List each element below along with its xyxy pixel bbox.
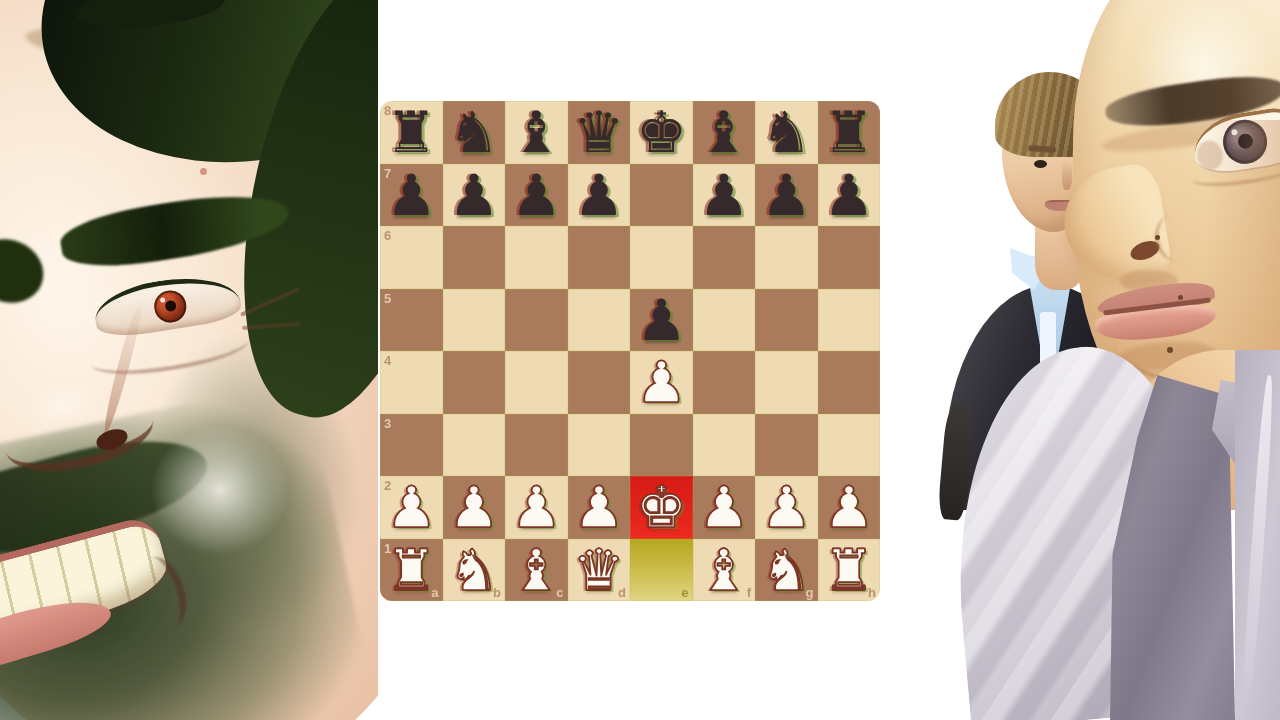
rank-label-8: 8 (384, 104, 391, 117)
square-c6[interactable] (505, 226, 568, 289)
square-g4[interactable] (755, 351, 818, 414)
white-pawn-d2: ♟ (573, 476, 624, 538)
black-knight-g8: ♞ (761, 101, 812, 163)
square-c4[interactable] (505, 351, 568, 414)
black-rook-a8: ♜ (386, 101, 437, 163)
rank-label-4: 4 (384, 354, 391, 367)
square-h4[interactable] (818, 351, 881, 414)
left-player-cheek-highlight (150, 425, 290, 555)
black-pawn-a7: ♟ (386, 164, 437, 226)
square-b6[interactable] (443, 226, 506, 289)
square-g1[interactable]: g♞ (755, 539, 818, 602)
square-f1[interactable]: f♝ (693, 539, 756, 602)
black-bishop-f8: ♝ (698, 101, 749, 163)
square-b8[interactable]: ♞ (443, 101, 506, 164)
black-pawn-b7: ♟ (448, 164, 499, 226)
foreground-player-mole-2 (1178, 295, 1183, 300)
square-e5[interactable]: ♟ (630, 289, 693, 352)
square-e4[interactable]: ♟ (630, 351, 693, 414)
black-bishop-c8: ♝ (511, 101, 562, 163)
black-knight-b8: ♞ (448, 101, 499, 163)
foreground-player-mole-3 (1155, 235, 1160, 240)
file-label-e: e (681, 586, 688, 599)
black-pawn-f7: ♟ (698, 164, 749, 226)
square-f5[interactable] (693, 289, 756, 352)
square-d7[interactable]: ♟ (568, 164, 631, 227)
square-a4[interactable]: 4 (380, 351, 443, 414)
gray-hoodie (930, 320, 1280, 720)
square-h7[interactable]: ♟ (818, 164, 881, 227)
square-a6[interactable]: 6 (380, 226, 443, 289)
rank-label-7: 7 (384, 167, 391, 180)
square-f6[interactable] (693, 226, 756, 289)
white-pawn-a2: ♟ (386, 476, 437, 538)
left-player-eye-glint (160, 297, 166, 303)
file-label-h: h (868, 586, 876, 599)
black-queen-d8: ♛ (573, 101, 624, 163)
white-pawn-c2: ♟ (511, 476, 562, 538)
black-pawn-g7: ♟ (761, 164, 812, 226)
square-f4[interactable] (693, 351, 756, 414)
square-c8[interactable]: ♝ (505, 101, 568, 164)
square-d8[interactable]: ♛ (568, 101, 631, 164)
black-pawn-h7: ♟ (823, 164, 874, 226)
white-pawn-b2: ♟ (448, 476, 499, 538)
square-e2[interactable]: ♚ (630, 476, 693, 539)
square-b2[interactable]: ♟ (443, 476, 506, 539)
square-a5[interactable]: 5 (380, 289, 443, 352)
square-a1[interactable]: 1a♜ (380, 539, 443, 602)
square-g3[interactable] (755, 414, 818, 477)
chess-board: 8♜♞♝♛♚♝♞♜7♟♟♟♟♟♟♟65♟4♟32♟♟♟♟♚♟♟♟1a♜b♞c♝d… (380, 101, 880, 601)
square-d3[interactable] (568, 414, 631, 477)
square-b5[interactable] (443, 289, 506, 352)
file-label-d: d (618, 586, 626, 599)
square-h5[interactable] (818, 289, 881, 352)
white-king-e2: ♚ (636, 476, 687, 538)
white-knight-b1: ♞ (448, 539, 499, 601)
rank-label-2: 2 (384, 479, 391, 492)
white-pawn-g2: ♟ (761, 476, 812, 538)
white-bishop-c1: ♝ (511, 539, 562, 601)
file-label-f: f (747, 586, 751, 599)
rank-label-3: 3 (384, 417, 391, 430)
square-d6[interactable] (568, 226, 631, 289)
rank-label-1: 1 (384, 542, 391, 555)
square-h6[interactable] (818, 226, 881, 289)
rank-label-6: 6 (384, 229, 391, 242)
square-g2[interactable]: ♟ (755, 476, 818, 539)
black-pawn-d7: ♟ (573, 164, 624, 226)
square-b7[interactable]: ♟ (443, 164, 506, 227)
square-c7[interactable]: ♟ (505, 164, 568, 227)
black-pawn-c7: ♟ (511, 164, 562, 226)
white-queen-d1: ♛ (573, 539, 624, 601)
square-e1[interactable]: e (630, 539, 693, 602)
left-player-iris (152, 288, 189, 325)
square-f2[interactable]: ♟ (693, 476, 756, 539)
white-rook-h1: ♜ (823, 539, 874, 601)
chess-board-grid: 8♜♞♝♛♚♝♞♜7♟♟♟♟♟♟♟65♟4♟32♟♟♟♟♚♟♟♟1a♜b♞c♝d… (380, 101, 880, 601)
square-g6[interactable] (755, 226, 818, 289)
square-d5[interactable] (568, 289, 631, 352)
file-label-b: b (493, 586, 501, 599)
file-label-g: g (806, 586, 814, 599)
left-player-photo (0, 0, 378, 720)
file-label-c: c (556, 586, 563, 599)
square-g8[interactable]: ♞ (755, 101, 818, 164)
square-d4[interactable] (568, 351, 631, 414)
square-d2[interactable]: ♟ (568, 476, 631, 539)
square-h2[interactable]: ♟ (818, 476, 881, 539)
square-f3[interactable] (693, 414, 756, 477)
square-a7[interactable]: 7♟ (380, 164, 443, 227)
square-e7[interactable] (630, 164, 693, 227)
white-pawn-f2: ♟ (698, 476, 749, 538)
square-b1[interactable]: b♞ (443, 539, 506, 602)
black-rook-h8: ♜ (823, 101, 874, 163)
square-c1[interactable]: c♝ (505, 539, 568, 602)
white-pawn-e4: ♟ (636, 351, 687, 413)
square-a2[interactable]: 2♟ (380, 476, 443, 539)
white-knight-g1: ♞ (761, 539, 812, 601)
black-king-e8: ♚ (636, 101, 687, 163)
square-c5[interactable] (505, 289, 568, 352)
square-f7[interactable]: ♟ (693, 164, 756, 227)
left-player-freckle (200, 168, 207, 175)
square-g5[interactable] (755, 289, 818, 352)
square-c3[interactable] (505, 414, 568, 477)
file-label-a: a (431, 586, 438, 599)
square-b4[interactable] (443, 351, 506, 414)
square-f8[interactable]: ♝ (693, 101, 756, 164)
square-h8[interactable]: ♜ (818, 101, 881, 164)
left-player-pupil (164, 300, 177, 313)
black-pawn-e5: ♟ (636, 289, 687, 351)
square-h3[interactable] (818, 414, 881, 477)
square-e6[interactable] (630, 226, 693, 289)
white-bishop-f1: ♝ (698, 539, 749, 601)
square-e3[interactable] (630, 414, 693, 477)
white-pawn-h2: ♟ (823, 476, 874, 538)
square-g7[interactable]: ♟ (755, 164, 818, 227)
square-e8[interactable]: ♚ (630, 101, 693, 164)
thumbnail-canvas: 8♜♞♝♛♚♝♞♜7♟♟♟♟♟♟♟65♟4♟32♟♟♟♟♚♟♟♟1a♜b♞c♝d… (0, 0, 1280, 720)
square-d1[interactable]: d♛ (568, 539, 631, 602)
white-rook-a1: ♜ (386, 539, 437, 601)
square-a3[interactable]: 3 (380, 414, 443, 477)
square-a8[interactable]: 8♜ (380, 101, 443, 164)
square-c2[interactable]: ♟ (505, 476, 568, 539)
square-b3[interactable] (443, 414, 506, 477)
square-h1[interactable]: h♜ (818, 539, 881, 602)
rank-label-5: 5 (384, 292, 391, 305)
